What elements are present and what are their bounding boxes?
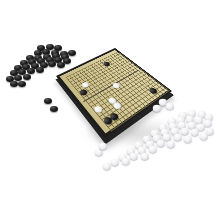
- loose-white-stone: [167, 141, 175, 148]
- loose-white-stone: [122, 158, 130, 165]
- loose-white-stone: [181, 128, 189, 135]
- white-stone: [112, 101, 123, 110]
- loose-black-stone: [57, 62, 65, 68]
- loose-white-stone: [130, 153, 138, 160]
- loose-white-stone: [174, 134, 182, 141]
- white-stone: [111, 82, 121, 89]
- loose-white-stone: [200, 133, 208, 140]
- black-stone: [102, 61, 111, 67]
- loose-white-stone: [191, 129, 199, 136]
- loose-white-stone: [166, 103, 174, 110]
- loose-white-stone: [184, 136, 192, 143]
- loose-white-stone: [204, 120, 212, 127]
- loose-white-stone: [111, 159, 119, 166]
- white-stone: [93, 105, 104, 114]
- white-stone: [80, 81, 89, 88]
- product-photo-scene: [0, 0, 216, 200]
- loose-white-stone: [99, 143, 107, 150]
- loose-black-stone: [36, 67, 44, 73]
- loose-white-stone: [188, 122, 196, 129]
- loose-white-stone: [95, 149, 103, 156]
- loose-white-stone: [195, 117, 203, 124]
- loose-black-stone: [23, 74, 31, 80]
- loose-white-stone: [163, 134, 171, 141]
- loose-white-stone: [157, 140, 165, 147]
- loose-black-stone: [44, 98, 52, 104]
- loose-black-stone: [18, 81, 26, 87]
- loose-white-stone: [103, 163, 111, 170]
- loose-black-stone: [68, 50, 76, 56]
- loose-white-stone: [153, 105, 161, 112]
- loose-black-stone: [50, 106, 58, 112]
- loose-white-stone: [149, 146, 157, 153]
- loose-white-stone: [141, 153, 149, 160]
- black-stone: [148, 87, 158, 95]
- black-stone: [78, 88, 88, 96]
- loose-black-stone: [10, 81, 18, 87]
- loose-black-stone: [48, 61, 56, 67]
